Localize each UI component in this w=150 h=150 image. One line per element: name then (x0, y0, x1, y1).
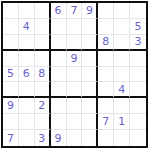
given-digit: 9 (86, 5, 93, 16)
given-digit: 3 (135, 36, 142, 47)
cell-r3c1[interactable] (3, 35, 19, 51)
cell-r9c7[interactable] (98, 130, 114, 146)
cell-r3c2[interactable] (19, 35, 35, 51)
cell-r4c4[interactable] (51, 51, 67, 67)
cell-r5c6[interactable] (82, 67, 98, 83)
cell-r5c9[interactable] (130, 67, 146, 83)
cell-r8c4[interactable] (51, 114, 67, 130)
cell-r6c1[interactable] (3, 82, 19, 98)
cell-r3c6[interactable] (82, 35, 98, 51)
cell-r5c4[interactable] (51, 67, 67, 83)
cell-r9c1[interactable]: 7 (3, 130, 19, 146)
cell-r3c3[interactable] (35, 35, 51, 51)
given-digit: 8 (38, 68, 45, 79)
cell-r1c7[interactable] (98, 3, 114, 19)
cell-r8c6[interactable] (82, 114, 98, 130)
cell-r2c7[interactable] (98, 19, 114, 35)
cell-r1c3[interactable] (35, 3, 51, 19)
cell-r9c4[interactable]: 9 (51, 130, 67, 146)
given-digit: 7 (7, 133, 14, 144)
cell-r2c6[interactable] (82, 19, 98, 35)
cell-r2c9[interactable]: 5 (130, 19, 146, 35)
cell-r9c5[interactable] (67, 130, 83, 146)
cell-r1c6[interactable]: 9 (82, 3, 98, 19)
cell-r3c5[interactable] (67, 35, 83, 51)
given-digit: 4 (23, 21, 30, 32)
cell-r5c7[interactable] (98, 67, 114, 83)
cell-r1c8[interactable] (114, 3, 130, 19)
cell-r8c5[interactable] (67, 114, 83, 130)
given-digit: 9 (70, 53, 77, 64)
cell-r2c2[interactable]: 4 (19, 19, 35, 35)
cell-r9c6[interactable] (82, 130, 98, 146)
cell-r7c6[interactable] (82, 98, 98, 114)
given-digit: 9 (55, 133, 62, 144)
cell-r4c1[interactable] (3, 51, 19, 67)
cell-r6c4[interactable] (51, 82, 67, 98)
given-digit: 8 (102, 36, 109, 47)
cell-r7c9[interactable] (130, 98, 146, 114)
cell-r6c9[interactable] (130, 82, 146, 98)
cell-r3c8[interactable] (114, 35, 130, 51)
cell-r7c4[interactable] (51, 98, 67, 114)
cell-r1c4[interactable]: 6 (51, 3, 67, 19)
cell-r8c8[interactable]: 1 (114, 114, 130, 130)
cell-r2c1[interactable] (3, 19, 19, 35)
cell-r4c3[interactable] (35, 51, 51, 67)
cell-r4c6[interactable] (82, 51, 98, 67)
given-digit: 5 (135, 21, 142, 32)
cell-r8c9[interactable] (130, 114, 146, 130)
cell-r7c1[interactable]: 9 (3, 98, 19, 114)
cell-r4c2[interactable] (19, 51, 35, 67)
given-digit: 1 (118, 116, 125, 127)
given-digit: 3 (38, 133, 45, 144)
cell-r6c7[interactable] (98, 82, 114, 98)
cell-r4c7[interactable] (98, 51, 114, 67)
cell-r6c6[interactable] (82, 82, 98, 98)
cell-r8c1[interactable] (3, 114, 19, 130)
cell-r4c8[interactable] (114, 51, 130, 67)
given-digit: 6 (55, 5, 62, 16)
cell-r8c2[interactable] (19, 114, 35, 130)
cell-r3c7[interactable]: 8 (98, 35, 114, 51)
cell-r5c8[interactable] (114, 67, 130, 83)
cell-r1c1[interactable] (3, 3, 19, 19)
cell-r8c7[interactable]: 7 (98, 114, 114, 130)
given-digit: 6 (23, 68, 30, 79)
cell-r1c2[interactable] (19, 3, 35, 19)
cell-r5c1[interactable]: 5 (3, 67, 19, 83)
cell-r9c9[interactable] (130, 130, 146, 146)
given-digit: 9 (7, 100, 14, 111)
given-digit: 7 (102, 116, 109, 127)
cell-r9c8[interactable] (114, 130, 130, 146)
cell-r7c5[interactable] (67, 98, 83, 114)
given-digit: 4 (118, 84, 125, 95)
given-digit: 5 (7, 68, 14, 79)
given-digit: 2 (38, 100, 45, 111)
cell-r6c3[interactable] (35, 82, 51, 98)
cell-r5c5[interactable] (67, 67, 83, 83)
cell-r1c5[interactable]: 7 (67, 3, 83, 19)
cell-r8c3[interactable] (35, 114, 51, 130)
cell-r4c9[interactable] (130, 51, 146, 67)
cell-r6c5[interactable] (67, 82, 83, 98)
given-digit: 7 (70, 5, 77, 16)
sudoku-board: 6794583956849271739 (1, 1, 148, 148)
cell-r7c7[interactable] (98, 98, 114, 114)
cell-r2c8[interactable] (114, 19, 130, 35)
cell-r5c2[interactable]: 6 (19, 67, 35, 83)
cell-r7c8[interactable] (114, 98, 130, 114)
sudoku-app: 6794583956849271739 (0, 0, 150, 150)
cell-r3c4[interactable] (51, 35, 67, 51)
cell-r2c3[interactable] (35, 19, 51, 35)
cell-r9c2[interactable] (19, 130, 35, 146)
cell-r7c2[interactable] (19, 98, 35, 114)
cell-r2c5[interactable] (67, 19, 83, 35)
cell-r5c3[interactable]: 8 (35, 67, 51, 83)
cell-r3c9[interactable]: 3 (130, 35, 146, 51)
cell-r2c4[interactable] (51, 19, 67, 35)
cell-r6c8[interactable]: 4 (114, 82, 130, 98)
cell-r4c5[interactable]: 9 (67, 51, 83, 67)
cell-r6c2[interactable] (19, 82, 35, 98)
cell-r9c3[interactable]: 3 (35, 130, 51, 146)
cell-r1c9[interactable] (130, 3, 146, 19)
cell-r7c3[interactable]: 2 (35, 98, 51, 114)
